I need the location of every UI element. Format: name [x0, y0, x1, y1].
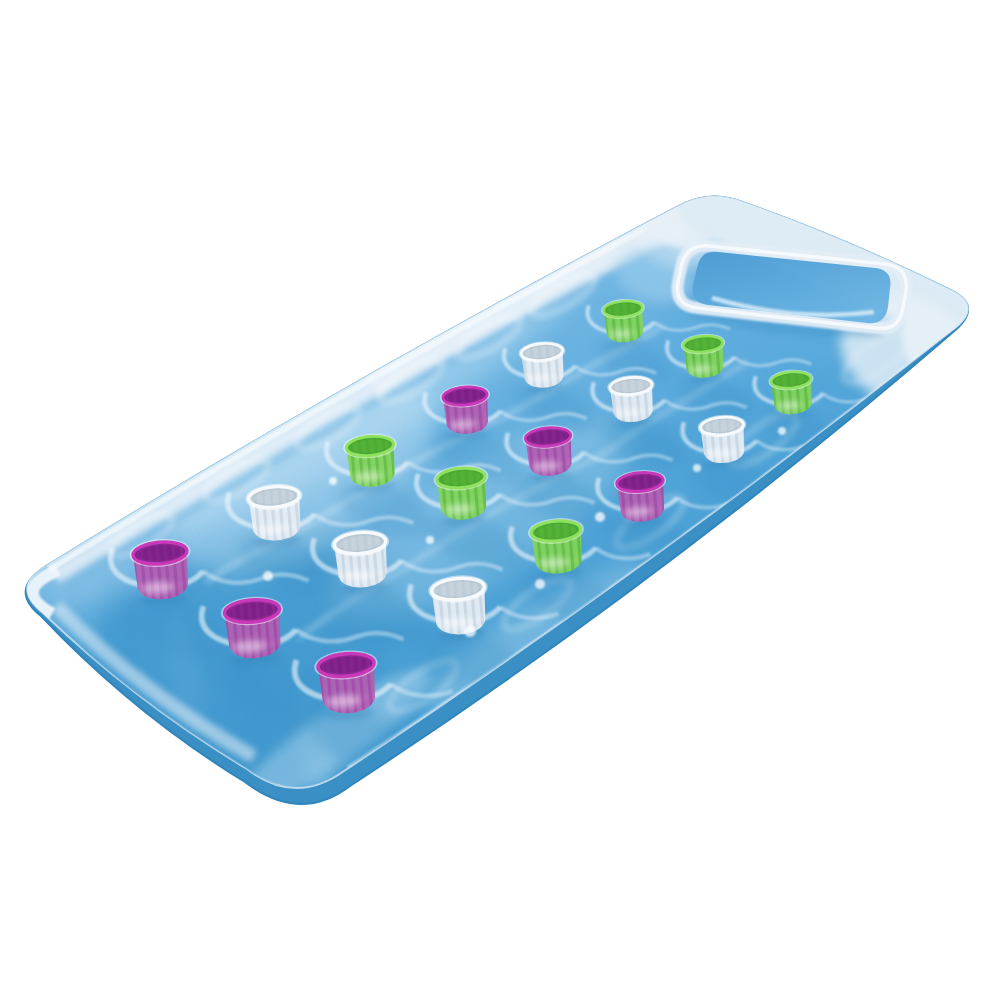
pillow-recess	[677, 246, 906, 333]
glint-highlight	[535, 579, 545, 589]
glint-highlight	[595, 512, 605, 522]
pool-float-photo	[0, 0, 1000, 1000]
glint-highlight	[693, 464, 701, 472]
glint-highlight	[426, 536, 434, 544]
glint-highlight	[464, 625, 476, 637]
glint-highlight	[778, 427, 786, 435]
glint-highlight	[329, 477, 337, 485]
glint-highlight	[263, 571, 273, 581]
product-photo-stage	[0, 0, 1000, 1000]
air-valve-cap	[659, 195, 666, 202]
air-valve	[653, 189, 671, 207]
